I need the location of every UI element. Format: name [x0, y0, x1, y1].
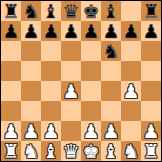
square-h1[interactable]: ♜ [141, 141, 161, 161]
square-d2[interactable] [61, 121, 81, 141]
square-d6[interactable] [61, 41, 81, 61]
square-f6[interactable]: ♞ [101, 41, 121, 61]
chess-board: ♜♞♝♛♚♝♜♟♟♟♟♟♟♟♟♞♟♟♟♟♟♟♟♟♜♞♝♛♚♝♞♜ [0, 0, 162, 162]
piece-white-pawn-b2[interactable]: ♟ [22, 121, 39, 141]
piece-black-pawn-g7[interactable]: ♟ [122, 21, 139, 41]
square-f2[interactable]: ♟ [101, 121, 121, 141]
square-a8[interactable]: ♜ [1, 1, 21, 21]
square-h2[interactable]: ♟ [141, 121, 161, 141]
square-b2[interactable]: ♟ [21, 121, 41, 141]
piece-white-rook-a1[interactable]: ♜ [2, 141, 19, 161]
piece-black-knight-b8[interactable]: ♞ [22, 1, 39, 21]
piece-black-bishop-c8[interactable]: ♝ [42, 1, 59, 21]
square-h8[interactable]: ♜ [141, 1, 161, 21]
square-g1[interactable]: ♞ [121, 141, 141, 161]
square-f1[interactable]: ♝ [101, 141, 121, 161]
piece-white-pawn-h2[interactable]: ♟ [142, 121, 159, 141]
piece-black-pawn-a7[interactable]: ♟ [2, 21, 19, 41]
piece-white-pawn-f2[interactable]: ♟ [102, 121, 119, 141]
square-e4[interactable] [81, 81, 101, 101]
square-b1[interactable]: ♞ [21, 141, 41, 161]
piece-white-rook-h1[interactable]: ♜ [142, 141, 159, 161]
piece-white-pawn-e2[interactable]: ♟ [82, 121, 99, 141]
square-c4[interactable] [41, 81, 61, 101]
square-e8[interactable]: ♚ [81, 1, 101, 21]
square-h3[interactable] [141, 101, 161, 121]
square-c3[interactable] [41, 101, 61, 121]
chess-board-frame: ♜♞♝♛♚♝♜♟♟♟♟♟♟♟♟♞♟♟♟♟♟♟♟♟♜♞♝♛♚♝♞♜ [0, 0, 162, 162]
piece-black-bishop-f8[interactable]: ♝ [102, 1, 119, 21]
piece-black-pawn-c7[interactable]: ♟ [42, 21, 59, 41]
square-a3[interactable] [1, 101, 21, 121]
square-b5[interactable] [21, 61, 41, 81]
square-e3[interactable] [81, 101, 101, 121]
square-g6[interactable] [121, 41, 141, 61]
piece-white-pawn-g4[interactable]: ♟ [122, 81, 139, 101]
square-a7[interactable]: ♟ [1, 21, 21, 41]
square-d1[interactable]: ♛ [61, 141, 81, 161]
piece-white-pawn-d4[interactable]: ♟ [62, 81, 79, 101]
square-g4[interactable]: ♟ [121, 81, 141, 101]
piece-black-pawn-d7[interactable]: ♟ [62, 21, 79, 41]
square-a5[interactable] [1, 61, 21, 81]
square-a2[interactable]: ♟ [1, 121, 21, 141]
piece-white-king-e1[interactable]: ♚ [82, 141, 99, 161]
square-f4[interactable] [101, 81, 121, 101]
square-c1[interactable]: ♝ [41, 141, 61, 161]
square-d4[interactable]: ♟ [61, 81, 81, 101]
square-e1[interactable]: ♚ [81, 141, 101, 161]
square-b3[interactable] [21, 101, 41, 121]
square-e6[interactable] [81, 41, 101, 61]
square-b7[interactable]: ♟ [21, 21, 41, 41]
piece-black-pawn-b7[interactable]: ♟ [22, 21, 39, 41]
piece-white-bishop-f1[interactable]: ♝ [102, 141, 119, 161]
square-c8[interactable]: ♝ [41, 1, 61, 21]
piece-black-pawn-h7[interactable]: ♟ [142, 21, 159, 41]
square-b8[interactable]: ♞ [21, 1, 41, 21]
piece-white-pawn-c2[interactable]: ♟ [42, 121, 59, 141]
square-e5[interactable] [81, 61, 101, 81]
piece-white-knight-b1[interactable]: ♞ [22, 141, 39, 161]
square-d7[interactable]: ♟ [61, 21, 81, 41]
square-f5[interactable] [101, 61, 121, 81]
square-f8[interactable]: ♝ [101, 1, 121, 21]
square-h7[interactable]: ♟ [141, 21, 161, 41]
square-b6[interactable] [21, 41, 41, 61]
square-h6[interactable] [141, 41, 161, 61]
square-f7[interactable]: ♟ [101, 21, 121, 41]
square-c5[interactable] [41, 61, 61, 81]
square-h5[interactable] [141, 61, 161, 81]
piece-white-knight-g1[interactable]: ♞ [122, 141, 139, 161]
square-g3[interactable] [121, 101, 141, 121]
square-g7[interactable]: ♟ [121, 21, 141, 41]
piece-black-pawn-e7[interactable]: ♟ [82, 21, 99, 41]
square-d5[interactable] [61, 61, 81, 81]
square-e7[interactable]: ♟ [81, 21, 101, 41]
piece-black-knight-f6[interactable]: ♞ [102, 41, 119, 61]
square-g2[interactable] [121, 121, 141, 141]
square-c6[interactable] [41, 41, 61, 61]
square-a1[interactable]: ♜ [1, 141, 21, 161]
piece-white-bishop-c1[interactable]: ♝ [42, 141, 59, 161]
square-g5[interactable] [121, 61, 141, 81]
square-d3[interactable] [61, 101, 81, 121]
square-a4[interactable] [1, 81, 21, 101]
piece-black-queen-d8[interactable]: ♛ [62, 1, 79, 21]
piece-white-pawn-a2[interactable]: ♟ [2, 121, 19, 141]
square-c2[interactable]: ♟ [41, 121, 61, 141]
square-f3[interactable] [101, 101, 121, 121]
square-c7[interactable]: ♟ [41, 21, 61, 41]
square-h4[interactable] [141, 81, 161, 101]
square-e2[interactable]: ♟ [81, 121, 101, 141]
piece-black-rook-h8[interactable]: ♜ [142, 1, 159, 21]
piece-white-queen-d1[interactable]: ♛ [62, 141, 79, 161]
square-g8[interactable] [121, 1, 141, 21]
piece-black-king-e8[interactable]: ♚ [82, 1, 99, 21]
square-a6[interactable] [1, 41, 21, 61]
square-b4[interactable] [21, 81, 41, 101]
piece-black-pawn-f7[interactable]: ♟ [102, 21, 119, 41]
piece-black-rook-a8[interactable]: ♜ [2, 1, 19, 21]
square-d8[interactable]: ♛ [61, 1, 81, 21]
